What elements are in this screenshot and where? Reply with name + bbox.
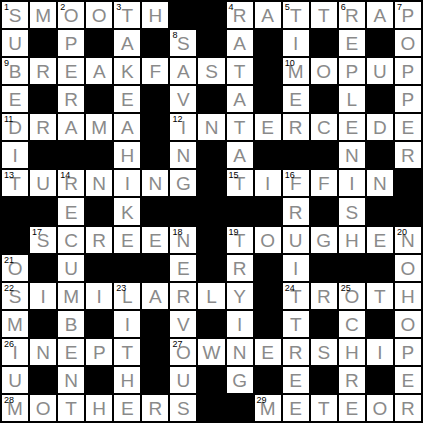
letter-cell-r1c14[interactable]: A <box>367 2 393 28</box>
letter-cell-r6c13[interactable]: N <box>339 142 365 168</box>
letter-cell-r9c6[interactable]: E <box>142 227 168 253</box>
letter-cell-r15c5[interactable]: E <box>114 395 140 421</box>
cell-letter: R <box>401 146 415 168</box>
cell-letter: I <box>40 287 45 309</box>
letter-cell-r5c1[interactable]: 11D <box>2 114 28 140</box>
letter-cell-r7c10[interactable]: I <box>255 170 281 196</box>
cell-letter: E <box>261 343 274 365</box>
cell-letter: T <box>121 343 133 365</box>
letter-cell-r13c13[interactable]: H <box>339 339 365 365</box>
letter-cell-r11c3[interactable]: M <box>58 283 84 309</box>
clue-number: 11 <box>4 115 13 124</box>
block-cell-r2c8 <box>198 30 224 56</box>
letter-cell-r9c12[interactable]: G <box>311 227 337 253</box>
letter-cell-r6c1[interactable]: I <box>2 142 28 168</box>
block-cell-r12c4 <box>86 311 112 337</box>
letter-cell-r10c15[interactable]: O <box>395 255 421 281</box>
letter-cell-r13c12[interactable]: S <box>311 339 337 365</box>
cell-letter: H <box>92 399 106 421</box>
cell-letter: E <box>402 118 415 140</box>
block-cell-r14c10 <box>255 367 281 393</box>
letter-cell-r13c4[interactable]: P <box>86 339 112 365</box>
letter-cell-r7c9[interactable]: 15T <box>227 170 253 196</box>
letter-cell-r3c6[interactable]: F <box>142 58 168 84</box>
letter-cell-r4c11[interactable]: E <box>283 86 309 112</box>
letter-cell-r13c3[interactable]: E <box>58 339 84 365</box>
letter-cell-r3c5[interactable]: K <box>114 58 140 84</box>
letter-cell-r7c5[interactable]: I <box>114 170 140 196</box>
letter-cell-r8c5[interactable]: K <box>114 198 140 224</box>
cell-letter: F <box>318 174 330 196</box>
block-cell-r9c8 <box>198 227 224 253</box>
cell-letter: I <box>293 259 298 281</box>
letter-cell-r11c5[interactable]: 23L <box>114 283 140 309</box>
cell-letter: R <box>36 62 50 84</box>
cell-letter: D <box>373 118 387 140</box>
letter-cell-r1c12[interactable]: T <box>311 2 337 28</box>
letter-cell-r13c1[interactable]: 26I <box>2 339 28 365</box>
letter-cell-r3c1[interactable]: 9B <box>2 58 28 84</box>
letter-cell-r1c6[interactable]: H <box>142 2 168 28</box>
cell-letter: T <box>374 287 386 309</box>
cell-letter: K <box>121 62 134 84</box>
letter-cell-r2c15[interactable]: O <box>395 30 421 56</box>
letter-cell-r4c5[interactable]: E <box>114 86 140 112</box>
letter-cell-r1c13[interactable]: 6R <box>339 2 365 28</box>
cell-letter: R <box>289 203 303 225</box>
clue-number: 28 <box>4 396 14 405</box>
block-cell-r6c11 <box>283 142 309 168</box>
letter-cell-r14c9[interactable]: G <box>227 367 253 393</box>
letter-cell-r12c7[interactable]: V <box>170 311 196 337</box>
letter-cell-r14c7[interactable]: U <box>170 367 196 393</box>
letter-cell-r13c7[interactable]: 27O <box>170 339 196 365</box>
letter-cell-r5c2[interactable]: R <box>30 114 56 140</box>
letter-cell-r5c4[interactable]: M <box>86 114 112 140</box>
letter-cell-r4c3[interactable]: R <box>58 86 84 112</box>
letter-cell-r5c12[interactable]: C <box>311 114 337 140</box>
block-cell-r8c10 <box>255 198 281 224</box>
cell-letter: A <box>233 90 246 112</box>
cell-letter: E <box>9 90 22 112</box>
block-cell-r6c8 <box>198 142 224 168</box>
letter-cell-r5c15[interactable]: E <box>395 114 421 140</box>
letter-cell-r13c10[interactable]: E <box>255 339 281 365</box>
letter-cell-r3c14[interactable]: U <box>367 58 393 84</box>
letter-cell-r14c13[interactable]: R <box>339 367 365 393</box>
letter-cell-r9c4[interactable]: R <box>86 227 112 253</box>
clue-number: 12 <box>172 115 182 124</box>
block-cell-r4c10 <box>255 86 281 112</box>
letter-cell-r8c3[interactable]: E <box>58 198 84 224</box>
block-cell-r12c10 <box>255 311 281 337</box>
block-cell-r4c4 <box>86 86 112 112</box>
letter-cell-r4c1[interactable]: E <box>2 86 28 112</box>
letter-cell-r15c3[interactable]: T <box>58 395 84 421</box>
block-cell-r15c9 <box>227 395 253 421</box>
letter-cell-r9c7[interactable]: 18N <box>170 227 196 253</box>
letter-cell-r15c14[interactable]: O <box>367 395 393 421</box>
clue-number: 27 <box>172 340 182 349</box>
letter-cell-r15c1[interactable]: 28M <box>2 395 28 421</box>
cell-letter: E <box>261 118 274 140</box>
cell-letter: M <box>91 118 107 140</box>
letter-cell-r6c15[interactable]: R <box>395 142 421 168</box>
letter-cell-r14c5[interactable]: H <box>114 367 140 393</box>
block-cell-r14c12 <box>311 367 337 393</box>
cell-letter: P <box>402 62 415 84</box>
cell-letter: G <box>316 231 331 253</box>
cell-letter: G <box>176 174 191 196</box>
letter-cell-r9c15[interactable]: 20N <box>395 227 421 253</box>
letter-cell-r12c9[interactable]: I <box>227 311 253 337</box>
cell-letter: E <box>345 399 358 421</box>
letter-cell-r10c7[interactable]: E <box>170 255 196 281</box>
cell-letter: N <box>36 343 50 365</box>
letter-cell-r10c3[interactable]: U <box>58 255 84 281</box>
letter-cell-r7c7[interactable]: G <box>170 170 196 196</box>
clue-number: 6 <box>341 3 346 12</box>
clue-number: 2 <box>60 3 65 12</box>
letter-cell-r11c9[interactable]: Y <box>227 283 253 309</box>
letter-cell-r5c13[interactable]: E <box>339 114 365 140</box>
letter-cell-r3c15[interactable]: P <box>395 58 421 84</box>
cell-letter: P <box>402 6 415 28</box>
cell-letter: O <box>401 315 416 337</box>
letter-cell-r3c8[interactable]: S <box>198 58 224 84</box>
letter-cell-r15c4[interactable]: H <box>86 395 112 421</box>
cell-letter: A <box>121 118 134 140</box>
cell-letter: T <box>318 399 330 421</box>
cell-letter: E <box>121 231 134 253</box>
letter-cell-r2c3[interactable]: P <box>58 30 84 56</box>
cell-letter: C <box>345 315 359 337</box>
letter-cell-r13c5[interactable]: T <box>114 339 140 365</box>
cell-letter: L <box>347 90 358 112</box>
block-cell-r6c10 <box>255 142 281 168</box>
letter-cell-r15c11[interactable]: E <box>283 395 309 421</box>
letter-cell-r6c5[interactable]: H <box>114 142 140 168</box>
letter-cell-r1c15[interactable]: 7P <box>395 2 421 28</box>
cell-letter: I <box>349 174 354 196</box>
letter-cell-r6c9[interactable]: A <box>227 142 253 168</box>
block-cell-r3c10 <box>255 58 281 84</box>
block-cell-r2c6 <box>142 30 168 56</box>
letter-cell-r2c7[interactable]: 8S <box>170 30 196 56</box>
cell-letter: U <box>177 371 191 393</box>
crossword-board: 1SM2OO3TH4RA5TT6RA7PUPA8SAIEO9BREAKFAST1… <box>0 0 423 423</box>
letter-cell-r8c13[interactable]: S <box>339 198 365 224</box>
cell-letter: P <box>345 62 358 84</box>
cell-letter: H <box>120 371 134 393</box>
block-cell-r2c10 <box>255 30 281 56</box>
letter-cell-r9c5[interactable]: E <box>114 227 140 253</box>
cell-letter: T <box>234 62 246 84</box>
letter-cell-r2c11[interactable]: I <box>283 30 309 56</box>
letter-cell-r9c14[interactable]: E <box>367 227 393 253</box>
clue-number: 10 <box>285 59 295 68</box>
cell-letter: H <box>345 343 359 365</box>
letter-cell-r11c8[interactable]: L <box>198 283 224 309</box>
cell-letter: Y <box>233 287 246 309</box>
cell-letter: N <box>233 343 247 365</box>
letter-cell-r14c15[interactable]: E <box>395 367 421 393</box>
letter-cell-r10c1[interactable]: 21O <box>2 255 28 281</box>
cell-letter: M <box>35 6 51 28</box>
letter-cell-r9c9[interactable]: 19T <box>227 227 253 253</box>
cell-letter: C <box>64 231 78 253</box>
cell-letter: E <box>289 90 302 112</box>
letter-cell-r1c5[interactable]: 3T <box>114 2 140 28</box>
cell-letter: W <box>203 343 221 365</box>
cell-letter: A <box>233 146 246 168</box>
block-cell-r10c4 <box>86 255 112 281</box>
letter-cell-r11c1[interactable]: 22S <box>2 283 28 309</box>
cell-letter: E <box>289 399 302 421</box>
cell-letter: O <box>92 6 107 28</box>
letter-cell-r11c2[interactable]: I <box>30 283 56 309</box>
letter-cell-r7c1[interactable]: 13T <box>2 170 28 196</box>
letter-cell-r3c7[interactable]: A <box>170 58 196 84</box>
clue-number: 9 <box>4 59 9 68</box>
cell-letter: E <box>65 203 78 225</box>
letter-cell-r14c1[interactable]: U <box>2 367 28 393</box>
block-cell-r10c14 <box>367 255 393 281</box>
block-cell-r12c6 <box>142 311 168 337</box>
clue-number: 8 <box>172 31 177 40</box>
letter-cell-r12c3[interactable]: B <box>58 311 84 337</box>
cell-letter: T <box>318 6 330 28</box>
letter-cell-r7c3[interactable]: 14R <box>58 170 84 196</box>
letter-cell-r11c14[interactable]: T <box>367 283 393 309</box>
letter-cell-r11c15[interactable]: H <box>395 283 421 309</box>
letter-cell-r7c2[interactable]: U <box>30 170 56 196</box>
clue-number: 19 <box>229 228 239 237</box>
cell-letter: N <box>373 174 387 196</box>
letter-cell-r13c14[interactable]: I <box>367 339 393 365</box>
clue-number: 20 <box>397 228 407 237</box>
cell-letter: S <box>345 203 358 225</box>
letter-cell-r4c15[interactable]: P <box>395 86 421 112</box>
clue-number: 3 <box>116 3 121 12</box>
cell-letter: N <box>148 174 162 196</box>
letter-cell-r15c6[interactable]: R <box>142 395 168 421</box>
letter-cell-r9c10[interactable]: O <box>255 227 281 253</box>
cell-letter: E <box>149 231 162 253</box>
letter-cell-r11c11[interactable]: 24T <box>283 283 309 309</box>
cell-letter: I <box>125 174 130 196</box>
clue-number: 7 <box>397 3 402 12</box>
letter-cell-r2c9[interactable]: A <box>227 30 253 56</box>
cell-letter: R <box>64 90 78 112</box>
cell-letter: R <box>317 287 331 309</box>
cell-letter: T <box>65 399 77 421</box>
letter-cell-r5c7[interactable]: 12I <box>170 114 196 140</box>
letter-cell-r3c3[interactable]: E <box>58 58 84 84</box>
block-cell-r2c14 <box>367 30 393 56</box>
block-cell-r5c6 <box>142 114 168 140</box>
letter-cell-r9c2[interactable]: 17S <box>30 227 56 253</box>
letter-cell-r2c5[interactable]: A <box>114 30 140 56</box>
letter-cell-r11c13[interactable]: 25O <box>339 283 365 309</box>
letter-cell-r7c13[interactable]: I <box>339 170 365 196</box>
letter-cell-r4c13[interactable]: L <box>339 86 365 112</box>
letter-cell-r1c4[interactable]: O <box>86 2 112 28</box>
block-cell-r11c10 <box>255 283 281 309</box>
block-cell-r8c12 <box>311 198 337 224</box>
cell-letter: M <box>7 315 23 337</box>
letter-cell-r5c3[interactable]: A <box>58 114 84 140</box>
clue-number: 5 <box>285 3 290 12</box>
letter-cell-r7c6[interactable]: N <box>142 170 168 196</box>
cell-letter: U <box>289 231 303 253</box>
letter-cell-r14c3[interactable]: N <box>58 367 84 393</box>
letter-cell-r2c1[interactable]: U <box>2 30 28 56</box>
letter-cell-r4c7[interactable]: V <box>170 86 196 112</box>
letter-cell-r4c9[interactable]: A <box>227 86 253 112</box>
letter-cell-r14c11[interactable]: E <box>283 367 309 393</box>
letter-cell-r5c10[interactable]: E <box>255 114 281 140</box>
letter-cell-r15c7[interactable]: S <box>170 395 196 421</box>
block-cell-r13c6 <box>142 339 168 365</box>
cell-letter: O <box>36 399 51 421</box>
letter-cell-r2c13[interactable]: E <box>339 30 365 56</box>
letter-cell-r5c9[interactable]: T <box>227 114 253 140</box>
block-cell-r2c12 <box>311 30 337 56</box>
letter-cell-r3c12[interactable]: O <box>311 58 337 84</box>
letter-cell-r3c13[interactable]: P <box>339 58 365 84</box>
cell-letter: C <box>317 118 331 140</box>
letter-cell-r3c11[interactable]: 10M <box>283 58 309 84</box>
block-cell-r12c2 <box>30 311 56 337</box>
letter-cell-r11c12[interactable]: R <box>311 283 337 309</box>
cell-letter: H <box>120 146 134 168</box>
letter-cell-r7c14[interactable]: N <box>367 170 393 196</box>
block-cell-r6c6 <box>142 142 168 168</box>
cell-letter: P <box>402 343 415 365</box>
block-cell-r8c15 <box>395 198 421 224</box>
letter-cell-r13c2[interactable]: N <box>30 339 56 365</box>
cell-letter: O <box>401 259 416 281</box>
cell-letter: A <box>121 34 134 56</box>
letter-cell-r11c6[interactable]: A <box>142 283 168 309</box>
letter-cell-r8c11[interactable]: R <box>283 198 309 224</box>
letter-cell-r13c15[interactable]: P <box>395 339 421 365</box>
block-cell-r14c14 <box>367 367 393 393</box>
block-cell-r10c5 <box>114 255 140 281</box>
letter-cell-r12c1[interactable]: M <box>2 311 28 337</box>
block-cell-r14c6 <box>142 367 168 393</box>
cell-letter: I <box>97 287 102 309</box>
clue-number: 15 <box>229 171 239 180</box>
cell-letter: R <box>233 259 247 281</box>
letter-cell-r1c1[interactable]: 1S <box>2 2 28 28</box>
letter-cell-r5c8[interactable]: N <box>198 114 224 140</box>
letter-cell-r9c11[interactable]: U <box>283 227 309 253</box>
letter-cell-r9c13[interactable]: H <box>339 227 365 253</box>
letter-cell-r7c4[interactable]: N <box>86 170 112 196</box>
letter-cell-r3c4[interactable]: A <box>86 58 112 84</box>
letter-cell-r13c8[interactable]: W <box>198 339 224 365</box>
cell-letter: N <box>92 174 106 196</box>
letter-cell-r15c15[interactable]: R <box>395 395 421 421</box>
letter-cell-r13c11[interactable]: R <box>283 339 309 365</box>
cell-letter: A <box>65 118 78 140</box>
block-cell-r10c12 <box>311 255 337 281</box>
cell-letter: I <box>377 343 382 365</box>
letter-cell-r1c2[interactable]: M <box>30 2 56 28</box>
letter-cell-r6c7[interactable]: N <box>170 142 196 168</box>
letter-cell-r9c3[interactable]: C <box>58 227 84 253</box>
cell-letter: N <box>177 146 191 168</box>
cell-letter: O <box>64 6 79 28</box>
letter-cell-r12c11[interactable]: T <box>283 311 309 337</box>
letter-cell-r12c5[interactable]: I <box>114 311 140 337</box>
letter-cell-r5c5[interactable]: A <box>114 114 140 140</box>
cell-letter: B <box>9 62 22 84</box>
cell-letter: R <box>289 343 303 365</box>
cell-letter: B <box>65 315 78 337</box>
block-cell-r8c14 <box>367 198 393 224</box>
letter-cell-r13c9[interactable]: N <box>227 339 253 365</box>
cell-letter: R <box>148 399 162 421</box>
letter-cell-r3c9[interactable]: T <box>227 58 253 84</box>
letter-cell-r15c10[interactable]: 29M <box>255 395 281 421</box>
letter-cell-r1c3[interactable]: 2O <box>58 2 84 28</box>
cell-letter: A <box>374 6 387 28</box>
clue-number: 1 <box>4 3 9 12</box>
clue-number: 14 <box>60 171 70 180</box>
letter-cell-r7c12[interactable]: F <box>311 170 337 196</box>
letter-cell-r10c9[interactable]: R <box>227 255 253 281</box>
letter-cell-r12c15[interactable]: O <box>395 311 421 337</box>
clue-number: 24 <box>285 284 295 293</box>
block-cell-r4c12 <box>311 86 337 112</box>
letter-cell-r11c7[interactable]: R <box>170 283 196 309</box>
cell-letter: T <box>121 6 133 28</box>
cell-letter: V <box>177 90 190 112</box>
cell-letter: A <box>93 62 106 84</box>
cell-letter: H <box>401 287 415 309</box>
letter-cell-r15c2[interactable]: O <box>30 395 56 421</box>
block-cell-r10c13 <box>339 255 365 281</box>
letter-cell-r12c13[interactable]: C <box>339 311 365 337</box>
clue-number: 29 <box>257 396 267 405</box>
letter-cell-r11c4[interactable]: I <box>86 283 112 309</box>
cell-letter: A <box>177 62 190 84</box>
letter-cell-r15c12[interactable]: T <box>311 395 337 421</box>
cell-letter: N <box>205 118 219 140</box>
letter-cell-r10c11[interactable]: I <box>283 255 309 281</box>
letter-cell-r7c11[interactable]: 16F <box>283 170 309 196</box>
letter-cell-r5c14[interactable]: D <box>367 114 393 140</box>
cell-letter: E <box>121 90 134 112</box>
letter-cell-r1c11[interactable]: 5T <box>283 2 309 28</box>
cell-letter: S <box>205 62 218 84</box>
letter-cell-r15c13[interactable]: E <box>339 395 365 421</box>
cell-letter: V <box>177 315 190 337</box>
block-cell-r4c6 <box>142 86 168 112</box>
cell-letter: R <box>345 6 359 28</box>
block-cell-r2c2 <box>30 30 56 56</box>
cell-letter: L <box>206 287 217 309</box>
letter-cell-r1c10[interactable]: A <box>255 2 281 28</box>
letter-cell-r5c11[interactable]: R <box>283 114 309 140</box>
block-cell-r14c2 <box>30 367 56 393</box>
cell-letter: S <box>177 34 190 56</box>
letter-cell-r1c9[interactable]: 4R <box>227 2 253 28</box>
letter-cell-r3c2[interactable]: R <box>30 58 56 84</box>
